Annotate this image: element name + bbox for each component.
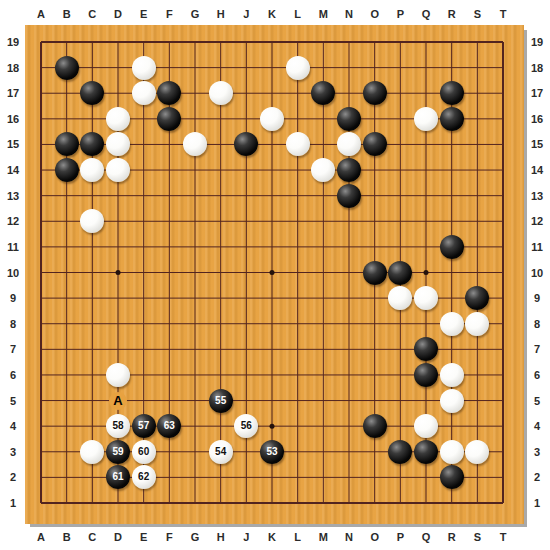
black-stone-N16[interactable] bbox=[337, 107, 361, 131]
coord-label-12: 12 bbox=[7, 215, 19, 227]
coord-label-4: 4 bbox=[534, 420, 540, 432]
black-stone-B15[interactable] bbox=[55, 132, 79, 156]
black-stone-Q7[interactable] bbox=[414, 337, 438, 361]
black-stone-F16[interactable] bbox=[157, 107, 181, 131]
coord-label-Q: Q bbox=[422, 531, 431, 543]
white-stone-N15[interactable] bbox=[337, 132, 361, 156]
white-stone-C12[interactable] bbox=[80, 209, 104, 233]
coord-label-J: J bbox=[243, 8, 249, 20]
coord-label-11: 11 bbox=[7, 241, 19, 253]
black-stone-J15[interactable] bbox=[234, 132, 258, 156]
black-stone-O17[interactable] bbox=[363, 81, 387, 105]
coord-label-M: M bbox=[319, 8, 328, 20]
coord-label-R: R bbox=[448, 8, 456, 20]
coord-label-Q: Q bbox=[422, 8, 431, 20]
black-stone-Q3[interactable] bbox=[414, 440, 438, 464]
coord-label-10: 10 bbox=[7, 267, 19, 279]
coord-label-D: D bbox=[114, 531, 122, 543]
white-stone-D16[interactable] bbox=[106, 107, 130, 131]
black-stone-N14[interactable] bbox=[337, 158, 361, 182]
white-stone-H17[interactable] bbox=[209, 81, 233, 105]
black-stone-D3[interactable]: 59 bbox=[106, 440, 130, 464]
white-stone-Q9[interactable] bbox=[414, 286, 438, 310]
white-stone-C3[interactable] bbox=[80, 440, 104, 464]
go-board-screenshot: 5558576356596054536162A ABCDEFGHJKLMNOPQ… bbox=[0, 0, 550, 550]
coord-label-1: 1 bbox=[10, 497, 16, 509]
coord-label-15: 15 bbox=[7, 138, 19, 150]
coord-label-P: P bbox=[397, 8, 404, 20]
coord-label-R: R bbox=[448, 531, 456, 543]
coord-label-E: E bbox=[140, 531, 147, 543]
coord-label-M: M bbox=[319, 531, 328, 543]
coord-label-F: F bbox=[166, 531, 173, 543]
coord-label-H: H bbox=[217, 531, 225, 543]
coord-label-L: L bbox=[294, 531, 301, 543]
coord-label-7: 7 bbox=[534, 343, 540, 355]
coord-label-16: 16 bbox=[531, 113, 543, 125]
black-stone-K3[interactable]: 53 bbox=[260, 440, 284, 464]
point-label-A: A bbox=[109, 392, 127, 410]
coord-label-7: 7 bbox=[10, 343, 16, 355]
black-stone-P3[interactable] bbox=[388, 440, 412, 464]
white-stone-Q4[interactable] bbox=[414, 414, 438, 438]
coord-label-15: 15 bbox=[531, 138, 543, 150]
coord-label-11: 11 bbox=[531, 241, 543, 253]
black-stone-F17[interactable] bbox=[157, 81, 181, 105]
coord-label-2: 2 bbox=[534, 471, 540, 483]
coord-label-F: F bbox=[166, 8, 173, 20]
go-board[interactable]: 5558576356596054536162A bbox=[25, 25, 524, 524]
black-stone-R11[interactable] bbox=[440, 235, 464, 259]
black-stone-C17[interactable] bbox=[80, 81, 104, 105]
coord-label-14: 14 bbox=[531, 164, 543, 176]
coord-label-S: S bbox=[474, 8, 481, 20]
black-stone-N13[interactable] bbox=[337, 184, 361, 208]
white-stone-E17[interactable] bbox=[132, 81, 156, 105]
coord-label-6: 6 bbox=[534, 369, 540, 381]
coord-label-G: G bbox=[191, 531, 200, 543]
coord-label-A: A bbox=[37, 531, 45, 543]
black-stone-F4[interactable]: 63 bbox=[157, 414, 181, 438]
white-stone-J4[interactable]: 56 bbox=[234, 414, 258, 438]
coord-label-6: 6 bbox=[10, 369, 16, 381]
white-stone-P9[interactable] bbox=[388, 286, 412, 310]
black-stone-O4[interactable] bbox=[363, 414, 387, 438]
coord-label-17: 17 bbox=[531, 87, 543, 99]
coord-label-14: 14 bbox=[7, 164, 19, 176]
coord-label-18: 18 bbox=[7, 62, 19, 74]
black-stone-O10[interactable] bbox=[363, 261, 387, 285]
white-stone-S8[interactable] bbox=[465, 312, 489, 336]
coord-label-H: H bbox=[217, 8, 225, 20]
coord-label-K: K bbox=[268, 531, 276, 543]
coord-label-18: 18 bbox=[531, 62, 543, 74]
coord-label-S: S bbox=[474, 531, 481, 543]
white-stone-E2[interactable]: 62 bbox=[132, 465, 156, 489]
coord-label-T: T bbox=[500, 8, 507, 20]
white-stone-Q16[interactable] bbox=[414, 107, 438, 131]
coord-label-3: 3 bbox=[10, 446, 16, 458]
black-stone-R17[interactable] bbox=[440, 81, 464, 105]
coord-label-13: 13 bbox=[531, 190, 543, 202]
black-stone-M17[interactable] bbox=[311, 81, 335, 105]
coord-label-8: 8 bbox=[10, 318, 16, 330]
coord-label-A: A bbox=[37, 8, 45, 20]
white-stone-D14[interactable] bbox=[106, 158, 130, 182]
white-stone-D4[interactable]: 58 bbox=[106, 414, 130, 438]
coord-label-J: J bbox=[243, 531, 249, 543]
coord-label-O: O bbox=[370, 8, 379, 20]
black-stone-S9[interactable] bbox=[465, 286, 489, 310]
black-stone-P10[interactable] bbox=[388, 261, 412, 285]
coord-label-1: 1 bbox=[534, 497, 540, 509]
coord-label-P: P bbox=[397, 531, 404, 543]
white-stone-R5[interactable] bbox=[440, 389, 464, 413]
coord-label-C: C bbox=[88, 531, 96, 543]
black-stone-Q6[interactable] bbox=[414, 363, 438, 387]
white-stone-R8[interactable] bbox=[440, 312, 464, 336]
coord-label-9: 9 bbox=[10, 292, 16, 304]
white-stone-E18[interactable] bbox=[132, 56, 156, 80]
coord-label-12: 12 bbox=[531, 215, 543, 227]
white-stone-S3[interactable] bbox=[465, 440, 489, 464]
stones-layer: 5558576356596054536162A bbox=[25, 25, 524, 524]
coord-label-4: 4 bbox=[10, 420, 16, 432]
coord-label-E: E bbox=[140, 8, 147, 20]
white-stone-L18[interactable] bbox=[286, 56, 310, 80]
coord-label-B: B bbox=[63, 531, 71, 543]
black-stone-C15[interactable] bbox=[80, 132, 104, 156]
coord-label-T: T bbox=[500, 531, 507, 543]
coord-label-13: 13 bbox=[7, 190, 19, 202]
coord-label-K: K bbox=[268, 8, 276, 20]
coord-label-O: O bbox=[370, 531, 379, 543]
coord-label-17: 17 bbox=[7, 87, 19, 99]
white-stone-D15[interactable] bbox=[106, 132, 130, 156]
white-stone-K16[interactable] bbox=[260, 107, 284, 131]
white-stone-C14[interactable] bbox=[80, 158, 104, 182]
black-stone-O15[interactable] bbox=[363, 132, 387, 156]
coord-label-9: 9 bbox=[534, 292, 540, 304]
black-stone-H5[interactable]: 55 bbox=[209, 389, 233, 413]
coord-label-L: L bbox=[294, 8, 301, 20]
coord-label-G: G bbox=[191, 8, 200, 20]
white-stone-L15[interactable] bbox=[286, 132, 310, 156]
coord-label-N: N bbox=[345, 8, 353, 20]
coord-label-19: 19 bbox=[531, 36, 543, 48]
white-stone-M14[interactable] bbox=[311, 158, 335, 182]
black-stone-D2[interactable]: 61 bbox=[106, 465, 130, 489]
white-stone-G15[interactable] bbox=[183, 132, 207, 156]
coord-label-D: D bbox=[114, 8, 122, 20]
coord-label-N: N bbox=[345, 531, 353, 543]
coord-label-19: 19 bbox=[7, 36, 19, 48]
coord-label-2: 2 bbox=[10, 471, 16, 483]
coord-label-16: 16 bbox=[7, 113, 19, 125]
black-stone-B18[interactable] bbox=[55, 56, 79, 80]
coord-label-5: 5 bbox=[534, 395, 540, 407]
coord-label-3: 3 bbox=[534, 446, 540, 458]
white-stone-E3[interactable]: 60 bbox=[132, 440, 156, 464]
white-stone-R6[interactable] bbox=[440, 363, 464, 387]
white-stone-R3[interactable] bbox=[440, 440, 464, 464]
black-stone-R16[interactable] bbox=[440, 107, 464, 131]
black-stone-R2[interactable] bbox=[440, 465, 464, 489]
coord-label-C: C bbox=[88, 8, 96, 20]
coord-label-5: 5 bbox=[10, 395, 16, 407]
coord-label-10: 10 bbox=[531, 267, 543, 279]
white-stone-D6[interactable] bbox=[106, 363, 130, 387]
coord-label-B: B bbox=[63, 8, 71, 20]
white-stone-H3[interactable]: 54 bbox=[209, 440, 233, 464]
coord-label-8: 8 bbox=[534, 318, 540, 330]
black-stone-E4[interactable]: 57 bbox=[132, 414, 156, 438]
black-stone-B14[interactable] bbox=[55, 158, 79, 182]
